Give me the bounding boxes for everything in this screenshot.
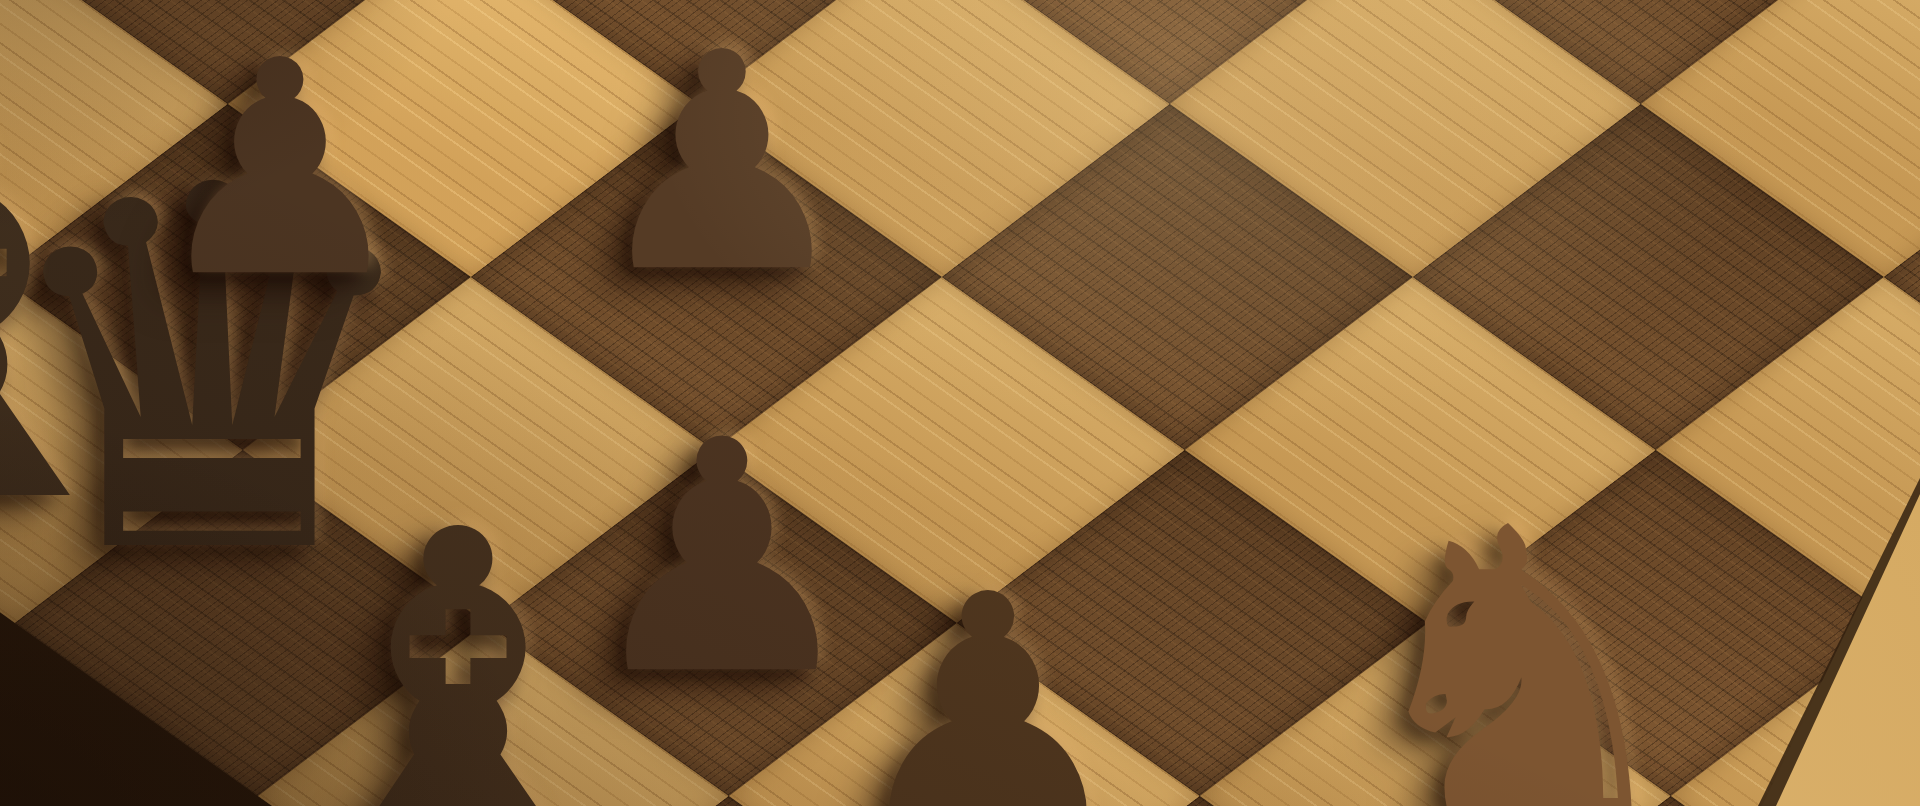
chessboard-photo: ♛♝♝♞♟♟♟♟ (0, 0, 1920, 806)
pieces-layer: ♛♝♝♞♟♟♟♟ (0, 0, 1920, 806)
pawn-d3[interactable]: ♟ (840, 552, 1136, 806)
pawn-a3[interactable]: ♟ (147, 22, 412, 318)
pawn-b4[interactable]: ♟ (588, 14, 857, 314)
knight-e4[interactable]: ♞ (1345, 478, 1695, 806)
pawn-c3[interactable]: ♟ (579, 398, 866, 718)
